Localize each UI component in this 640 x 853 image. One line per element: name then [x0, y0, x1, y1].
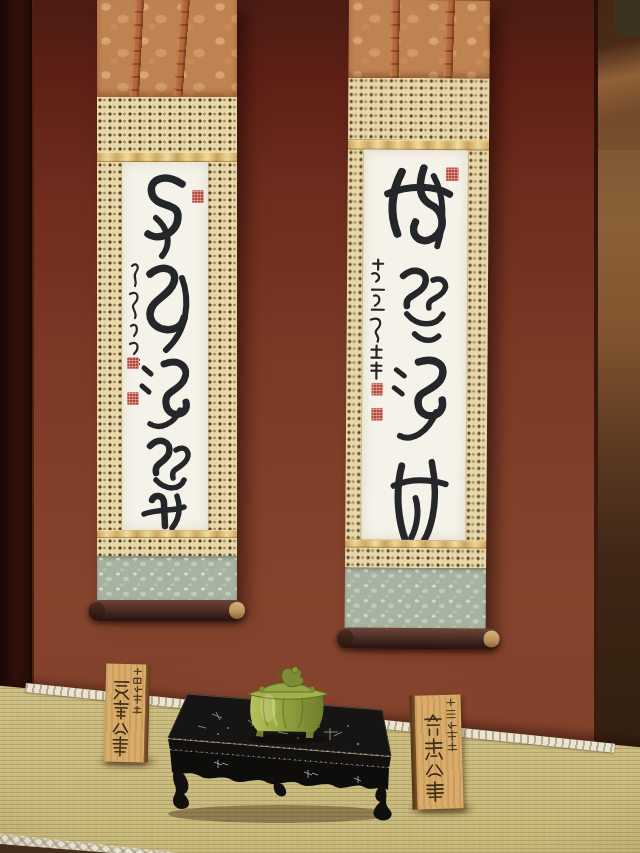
dotted-mount-band — [97, 97, 237, 152]
gold-ichimonji-band — [97, 152, 237, 162]
plaque-right — [414, 694, 463, 809]
plaque-left — [104, 663, 147, 762]
photo-canvas — [0, 0, 640, 853]
futai-strap — [443, 0, 455, 78]
roller-knob — [229, 602, 245, 619]
futai-strap — [173, 0, 190, 97]
gold-ichimonji-band — [97, 530, 237, 538]
roller-end — [337, 629, 353, 646]
roller-knob — [483, 630, 499, 647]
calligraphy-paper — [122, 162, 208, 530]
futai-strap — [390, 0, 400, 78]
dotted-mount-band — [348, 78, 489, 141]
futai-strap — [130, 0, 144, 97]
mount-middle — [345, 150, 489, 541]
calligraphy-art — [361, 150, 468, 541]
ceiling-corner-patch — [614, 0, 640, 36]
artist-seal — [192, 190, 204, 203]
artist-seal — [446, 167, 459, 181]
artist-seal — [127, 357, 139, 369]
plaque-inscription — [414, 694, 463, 809]
artist-seal — [127, 392, 139, 405]
incense-burner — [240, 664, 340, 746]
artist-signature — [370, 260, 384, 379]
artist-seal — [371, 383, 383, 396]
scroll-top-brocade — [348, 0, 490, 78]
artist-seal — [371, 408, 383, 421]
hanging-scroll-left — [97, 0, 237, 610]
calligraphy-paper — [361, 150, 468, 541]
scroll-roller — [88, 600, 246, 621]
plaque-inscription — [104, 663, 147, 762]
dotted-mount-band — [345, 547, 486, 568]
right-pillar — [598, 0, 640, 853]
hanging-scroll-right — [345, 0, 490, 638]
scroll-top-brocade — [97, 0, 237, 97]
mount-middle — [97, 162, 237, 530]
scroll-roller — [336, 627, 500, 649]
dotted-mount-band — [97, 538, 237, 556]
roller-end — [89, 602, 105, 619]
artist-signature — [130, 264, 139, 368]
calligraphy-art — [122, 162, 208, 530]
